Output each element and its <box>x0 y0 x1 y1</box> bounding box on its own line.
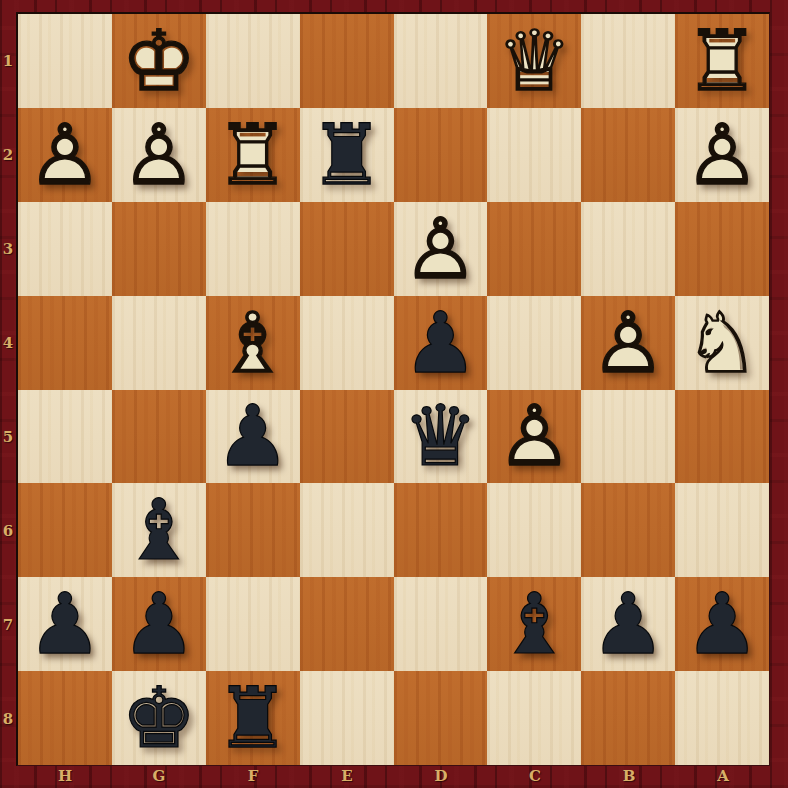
square-h2[interactable]: ♟♙ <box>18 108 112 202</box>
piece-black-pawn[interactable]: ♟ <box>394 296 488 390</box>
piece-white-queen[interactable]: ♛♕ <box>487 14 581 108</box>
file-label-g: G <box>112 766 206 788</box>
piece-black-king[interactable]: ♚ <box>112 671 206 765</box>
rank-label-6: 6 <box>0 521 16 541</box>
square-b3[interactable] <box>581 202 675 296</box>
square-g1[interactable]: ♚♔ <box>112 14 206 108</box>
square-e4[interactable] <box>300 296 394 390</box>
piece-black-pawn[interactable]: ♟ <box>18 577 112 671</box>
square-a3[interactable] <box>675 202 769 296</box>
square-g8[interactable]: ♚ <box>112 671 206 765</box>
square-e2[interactable]: ♜ <box>300 108 394 202</box>
square-f7[interactable] <box>206 577 300 671</box>
square-h8[interactable] <box>18 671 112 765</box>
rank-label-7: 7 <box>0 615 16 635</box>
square-d7[interactable] <box>394 577 488 671</box>
white-bishop-outline: ♗ <box>206 296 300 390</box>
black-pawn-glyph: ♟ <box>394 296 488 390</box>
file-label-b: B <box>582 766 676 788</box>
white-pawn-outline: ♙ <box>394 202 488 296</box>
square-g4[interactable] <box>112 296 206 390</box>
piece-white-knight[interactable]: ♞♘ <box>675 296 769 390</box>
square-h3[interactable] <box>18 202 112 296</box>
square-d3[interactable]: ♟♙ <box>394 202 488 296</box>
square-d6[interactable] <box>394 483 488 577</box>
square-f2[interactable]: ♜♖ <box>206 108 300 202</box>
square-b8[interactable] <box>581 671 675 765</box>
square-b1[interactable] <box>581 14 675 108</box>
square-h6[interactable] <box>18 483 112 577</box>
piece-black-pawn[interactable]: ♟ <box>675 577 769 671</box>
piece-black-bishop[interactable]: ♝ <box>487 577 581 671</box>
square-a5[interactable] <box>675 390 769 484</box>
file-label-a: A <box>676 766 770 788</box>
square-b4[interactable]: ♟♙ <box>581 296 675 390</box>
white-king-outline: ♔ <box>112 14 206 108</box>
piece-white-pawn[interactable]: ♟♙ <box>394 202 488 296</box>
piece-white-rook[interactable]: ♜♖ <box>675 14 769 108</box>
square-c5[interactable]: ♟♙ <box>487 390 581 484</box>
square-e3[interactable] <box>300 202 394 296</box>
square-g7[interactable]: ♟ <box>112 577 206 671</box>
rank-label-8: 8 <box>0 709 16 729</box>
square-a6[interactable] <box>675 483 769 577</box>
square-d4[interactable]: ♟ <box>394 296 488 390</box>
rank-label-5: 5 <box>0 427 16 447</box>
rank-label-3: 3 <box>0 239 16 259</box>
square-g2[interactable]: ♟♙ <box>112 108 206 202</box>
square-e6[interactable] <box>300 483 394 577</box>
black-pawn-glyph: ♟ <box>18 577 112 671</box>
black-rook-glyph: ♜ <box>300 108 394 202</box>
square-h5[interactable] <box>18 390 112 484</box>
piece-white-pawn[interactable]: ♟♙ <box>18 108 112 202</box>
square-g3[interactable] <box>112 202 206 296</box>
file-label-d: D <box>394 766 488 788</box>
black-pawn-glyph: ♟ <box>675 577 769 671</box>
square-d2[interactable] <box>394 108 488 202</box>
square-a2[interactable]: ♟♙ <box>675 108 769 202</box>
square-c2[interactable] <box>487 108 581 202</box>
square-c4[interactable] <box>487 296 581 390</box>
white-pawn-outline: ♙ <box>487 390 581 484</box>
square-b5[interactable] <box>581 390 675 484</box>
rank-label-2: 2 <box>0 145 16 165</box>
square-b2[interactable] <box>581 108 675 202</box>
white-pawn-outline: ♙ <box>112 108 206 202</box>
square-g5[interactable] <box>112 390 206 484</box>
square-c7[interactable]: ♝ <box>487 577 581 671</box>
square-e8[interactable] <box>300 671 394 765</box>
square-f6[interactable] <box>206 483 300 577</box>
square-c6[interactable] <box>487 483 581 577</box>
square-f4[interactable]: ♝♗ <box>206 296 300 390</box>
board-frame: ♚♔♛♕♜♖♟♙♟♙♜♖♜♟♙♟♙♝♗♟♟♙♞♘♟♛♟♙♝♟♟♝♟♟♚♜ 123… <box>0 0 788 788</box>
piece-white-pawn[interactable]: ♟♙ <box>112 108 206 202</box>
square-b7[interactable]: ♟ <box>581 577 675 671</box>
square-f8[interactable]: ♜ <box>206 671 300 765</box>
piece-black-pawn[interactable]: ♟ <box>206 390 300 484</box>
black-pawn-glyph: ♟ <box>112 577 206 671</box>
rank-label-4: 4 <box>0 333 16 353</box>
square-f5[interactable]: ♟ <box>206 390 300 484</box>
piece-black-pawn[interactable]: ♟ <box>112 577 206 671</box>
black-bishop-glyph: ♝ <box>112 483 206 577</box>
piece-black-bishop[interactable]: ♝ <box>112 483 206 577</box>
white-rook-outline: ♖ <box>675 14 769 108</box>
file-label-f: F <box>206 766 300 788</box>
square-e1[interactable] <box>300 14 394 108</box>
square-h1[interactable] <box>18 14 112 108</box>
square-a7[interactable]: ♟ <box>675 577 769 671</box>
square-c1[interactable]: ♛♕ <box>487 14 581 108</box>
white-pawn-outline: ♙ <box>581 296 675 390</box>
square-b6[interactable] <box>581 483 675 577</box>
black-rook-glyph: ♜ <box>206 671 300 765</box>
square-a8[interactable] <box>675 671 769 765</box>
piece-black-rook[interactable]: ♜ <box>206 671 300 765</box>
piece-black-queen[interactable]: ♛ <box>394 390 488 484</box>
black-queen-glyph: ♛ <box>394 390 488 484</box>
white-pawn-outline: ♙ <box>18 108 112 202</box>
piece-white-bishop[interactable]: ♝♗ <box>206 296 300 390</box>
white-pawn-outline: ♙ <box>675 108 769 202</box>
white-queen-outline: ♕ <box>487 14 581 108</box>
square-d1[interactable] <box>394 14 488 108</box>
square-h7[interactable]: ♟ <box>18 577 112 671</box>
piece-white-pawn[interactable]: ♟♙ <box>675 108 769 202</box>
square-f1[interactable] <box>206 14 300 108</box>
black-pawn-glyph: ♟ <box>206 390 300 484</box>
rank-label-1: 1 <box>0 51 16 71</box>
piece-white-king[interactable]: ♚♔ <box>112 14 206 108</box>
square-a4[interactable]: ♞♘ <box>675 296 769 390</box>
square-c8[interactable] <box>487 671 581 765</box>
piece-white-pawn[interactable]: ♟♙ <box>581 296 675 390</box>
piece-black-rook[interactable]: ♜ <box>300 108 394 202</box>
black-pawn-glyph: ♟ <box>581 577 675 671</box>
piece-white-rook[interactable]: ♜♖ <box>206 108 300 202</box>
square-e5[interactable] <box>300 390 394 484</box>
square-c3[interactable] <box>487 202 581 296</box>
white-rook-outline: ♖ <box>206 108 300 202</box>
square-h4[interactable] <box>18 296 112 390</box>
piece-white-pawn[interactable]: ♟♙ <box>487 390 581 484</box>
chess-board: ♚♔♛♕♜♖♟♙♟♙♜♖♜♟♙♟♙♝♗♟♟♙♞♘♟♛♟♙♝♟♟♝♟♟♚♜ <box>16 12 770 766</box>
square-a1[interactable]: ♜♖ <box>675 14 769 108</box>
square-g6[interactable]: ♝ <box>112 483 206 577</box>
file-label-c: C <box>488 766 582 788</box>
square-e7[interactable] <box>300 577 394 671</box>
square-d5[interactable]: ♛ <box>394 390 488 484</box>
file-label-e: E <box>300 766 394 788</box>
black-king-glyph: ♚ <box>112 671 206 765</box>
white-knight-outline: ♘ <box>675 296 769 390</box>
square-f3[interactable] <box>206 202 300 296</box>
piece-black-pawn[interactable]: ♟ <box>581 577 675 671</box>
black-bishop-glyph: ♝ <box>487 577 581 671</box>
square-d8[interactable] <box>394 671 488 765</box>
file-label-h: H <box>18 766 112 788</box>
